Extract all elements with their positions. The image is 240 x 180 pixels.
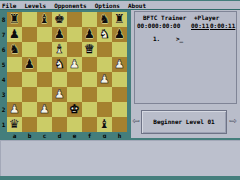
white-move-clock: 00:00	[137, 22, 155, 29]
square-g4[interactable]: ♟	[97, 72, 112, 87]
app-window: FileLevelsOpponentsOptionsAbout 87654321…	[0, 0, 240, 180]
black-bishop: ♝	[37, 12, 52, 27]
rank-label-5: 5	[0, 57, 7, 72]
square-c3[interactable]	[37, 87, 52, 102]
white-pawn: ♟	[112, 57, 127, 72]
square-c4[interactable]	[37, 72, 52, 87]
square-g8[interactable]: ♞	[97, 12, 112, 27]
board-area: 87654321 ♜♝♚♞♜♟♟♟♞♟♞♝♛♟♞♟♟♟♟♟♟♚♛♝ abcdef…	[0, 10, 131, 140]
square-h6[interactable]	[112, 42, 127, 57]
square-f8[interactable]	[82, 12, 97, 27]
square-d4[interactable]	[52, 72, 67, 87]
menu-item-options[interactable]: Options	[95, 2, 120, 9]
square-b6[interactable]	[22, 42, 37, 57]
rank-label-2: 2	[0, 102, 7, 117]
level-prev-button[interactable]: ⇦	[131, 114, 141, 128]
level-next-button[interactable]: ⇨	[228, 114, 238, 128]
square-f7[interactable]: ♟	[82, 27, 97, 42]
square-b1[interactable]	[22, 117, 37, 132]
square-e2[interactable]: ♚	[67, 102, 82, 117]
white-pawn: ♟	[67, 57, 82, 72]
rank-label-7: 7	[0, 27, 7, 42]
black-pawn: ♟	[112, 27, 127, 42]
right-arrow-icon: ⇨	[229, 116, 237, 126]
square-e7[interactable]	[67, 27, 82, 42]
square-c7[interactable]	[37, 27, 52, 42]
square-g7[interactable]: ♞	[97, 27, 112, 42]
menu-item-about[interactable]: About	[128, 2, 146, 9]
square-h7[interactable]: ♟	[112, 27, 127, 42]
white-bishop: ♝	[52, 42, 67, 57]
square-f1[interactable]	[82, 117, 97, 132]
square-b4[interactable]	[22, 72, 37, 87]
square-h2[interactable]	[112, 102, 127, 117]
square-b3[interactable]	[22, 87, 37, 102]
move-input-prompt[interactable]: >_	[176, 35, 183, 42]
square-e4[interactable]	[67, 72, 82, 87]
square-d8[interactable]: ♚	[52, 12, 67, 27]
square-h4[interactable]	[112, 72, 127, 87]
rank-labels: 87654321	[0, 12, 7, 132]
square-d2[interactable]	[52, 102, 67, 117]
square-g6[interactable]	[97, 42, 112, 57]
square-e6[interactable]	[67, 42, 82, 57]
square-h1[interactable]	[112, 117, 127, 132]
square-e1[interactable]	[67, 117, 82, 132]
black-pawn: ♟	[82, 27, 97, 42]
square-f2[interactable]	[82, 102, 97, 117]
white-pawn: ♟	[37, 102, 52, 117]
square-g2[interactable]	[97, 102, 112, 117]
square-h8[interactable]: ♜	[112, 12, 127, 27]
square-b7[interactable]	[22, 27, 37, 42]
black-rook: ♜	[112, 12, 127, 27]
right-panel: BFTC Trainer +Player 00:00 0:00:00 00:11…	[131, 10, 240, 138]
square-b8[interactable]	[22, 12, 37, 27]
square-a2[interactable]: ♟	[7, 102, 22, 117]
white-pawn: ♟	[97, 72, 112, 87]
square-a6[interactable]: ♞	[7, 42, 22, 57]
message-panel	[0, 138, 240, 176]
white-knight: ♞	[52, 57, 67, 72]
left-arrow-icon: ⇦	[132, 116, 140, 126]
square-d5[interactable]: ♞	[52, 57, 67, 72]
square-a7[interactable]: ♟	[7, 27, 22, 42]
square-b2[interactable]	[22, 102, 37, 117]
menu-item-opponents[interactable]: Opponents	[54, 2, 87, 9]
white-total-clock: 0:00:00	[155, 22, 180, 29]
square-a1[interactable]: ♛	[7, 117, 22, 132]
square-f6[interactable]: ♛	[82, 42, 97, 57]
square-a8[interactable]: ♜	[7, 12, 22, 27]
white-pawn: ♟	[52, 87, 67, 102]
black-pawn: ♟	[22, 57, 37, 72]
black-total-clock: 0:00:11	[210, 22, 235, 29]
black-knight: ♞	[97, 12, 112, 27]
square-d7[interactable]: ♟	[52, 27, 67, 42]
square-a3[interactable]	[7, 87, 22, 102]
square-a4[interactable]	[7, 72, 22, 87]
black-king: ♚	[52, 12, 67, 27]
menu-item-levels[interactable]: Levels	[24, 2, 46, 9]
square-c2[interactable]: ♟	[37, 102, 52, 117]
square-h3[interactable]	[112, 87, 127, 102]
rank-label-3: 3	[0, 87, 7, 102]
square-d1[interactable]	[52, 117, 67, 132]
square-f3[interactable]	[82, 87, 97, 102]
white-player-name: BFTC Trainer	[143, 14, 186, 21]
square-h5[interactable]: ♟	[112, 57, 127, 72]
rank-label-4: 4	[0, 72, 7, 87]
black-pawn: ♟	[52, 27, 67, 42]
square-d3[interactable]: ♟	[52, 87, 67, 102]
square-c8[interactable]: ♝	[37, 12, 52, 27]
square-c5[interactable]	[37, 57, 52, 72]
window-bottom-edge	[0, 176, 240, 180]
rank-label-8: 8	[0, 12, 7, 27]
square-g1[interactable]: ♝	[97, 117, 112, 132]
square-g5[interactable]	[97, 57, 112, 72]
black-queen: ♛	[7, 117, 22, 132]
black-knight: ♞	[7, 42, 22, 57]
black-bishop: ♝	[97, 117, 112, 132]
white-knight: ♞	[97, 27, 112, 42]
clock-and-move-panel: BFTC Trainer +Player 00:00 0:00:00 00:11…	[134, 11, 237, 104]
black-player-name: +Player	[194, 14, 219, 21]
white-king: ♚	[67, 102, 82, 117]
square-e5[interactable]: ♟	[67, 57, 82, 72]
square-g3[interactable]	[97, 87, 112, 102]
square-f5[interactable]	[82, 57, 97, 72]
level-display: Beginner Level 01	[141, 110, 227, 134]
menu-bar: FileLevelsOpponentsOptionsAbout	[0, 1, 240, 9]
white-queen: ♛	[82, 42, 97, 57]
rank-label-6: 6	[0, 42, 7, 57]
menu-item-file[interactable]: File	[2, 2, 16, 9]
square-c1[interactable]	[37, 117, 52, 132]
white-pawn: ♟	[7, 102, 22, 117]
rank-label-1: 1	[0, 117, 7, 132]
level-label: Beginner Level 01	[153, 118, 214, 125]
black-rook: ♜	[7, 12, 22, 27]
square-f4[interactable]	[82, 72, 97, 87]
move-number: 1.	[153, 35, 160, 42]
square-e3[interactable]	[67, 87, 82, 102]
square-c6[interactable]	[37, 42, 52, 57]
square-b5[interactable]: ♟	[22, 57, 37, 72]
chess-board: ♜♝♚♞♜♟♟♟♞♟♞♝♛♟♞♟♟♟♟♟♟♚♛♝	[7, 12, 127, 132]
black-pawn: ♟	[7, 27, 22, 42]
square-a5[interactable]	[7, 57, 22, 72]
square-d6[interactable]: ♝	[52, 42, 67, 57]
square-e8[interactable]	[67, 12, 82, 27]
black-move-clock: 00:11	[191, 22, 209, 29]
